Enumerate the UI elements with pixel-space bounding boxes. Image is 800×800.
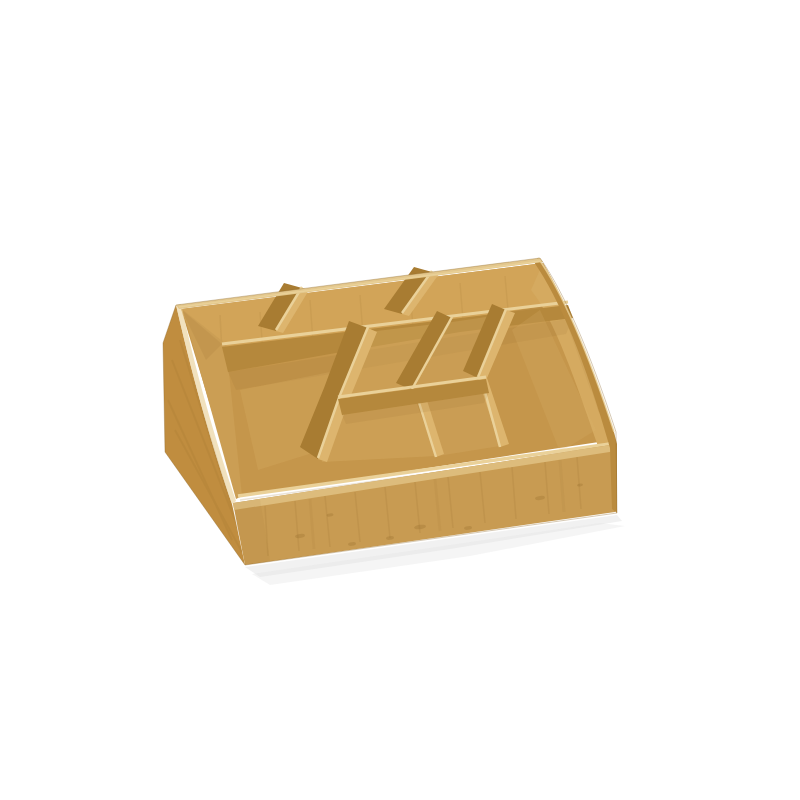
bamboo-organizer-illustration [0, 0, 800, 800]
product-photo-canvas [0, 0, 800, 800]
